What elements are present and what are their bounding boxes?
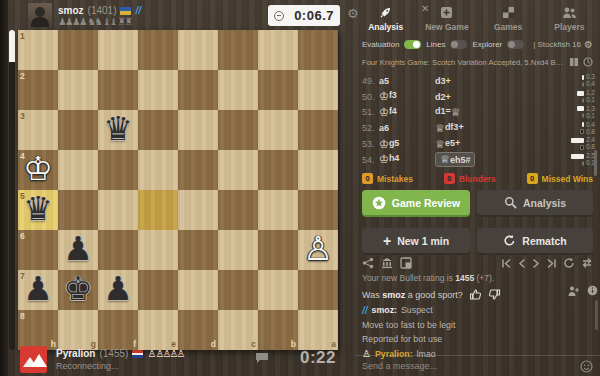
mistakes-counter[interactable]: 0 Mistakes [362, 173, 413, 184]
piece-glyph-icon: ♔ [379, 153, 389, 166]
promotion-piece-icon: ♕ [451, 106, 461, 119]
move-number: 51. [362, 107, 379, 117]
time-bar [582, 82, 584, 87]
square-d7[interactable] [178, 270, 218, 310]
player-rating-bottom: (1455) [99, 348, 128, 359]
time-bar [571, 154, 584, 159]
square-a1[interactable] [298, 30, 338, 70]
chat-bubble-icon[interactable] [255, 352, 269, 364]
move-row: 51.♔f4d1=♕1.30.1 [362, 105, 595, 121]
white-move[interactable]: ♔g5 [379, 138, 435, 151]
piece-glyph-icon: ♕ [435, 122, 445, 135]
move-number: 50. [362, 92, 379, 102]
next-move-icon[interactable] [532, 258, 540, 269]
board-grid-icon [502, 6, 515, 19]
square-h7[interactable]: 7♟ [18, 270, 58, 310]
move-number: 53. [362, 139, 379, 149]
black-pawn-g6[interactable]: ♟ [58, 230, 98, 270]
chat-input-row [355, 355, 600, 376]
time-bar [582, 98, 584, 103]
clock-top: 0:06.7 [268, 5, 340, 26]
avatar[interactable] [20, 346, 47, 373]
piece-glyph-icon: ♔ [379, 90, 389, 103]
move-row: 54.♔h4♕eh5#2.50.1 [362, 152, 595, 168]
black-move[interactable]: d2+ [435, 92, 521, 102]
engine-name: | Stockfish 16 [533, 40, 581, 49]
square-a4[interactable] [298, 150, 338, 190]
save-board-icon[interactable] [400, 257, 412, 269]
square-f3[interactable]: ♛ [98, 110, 138, 150]
rank-label-1: 1 [20, 32, 25, 41]
tab-games[interactable]: Games [478, 6, 539, 32]
rank-label-2: 2 [20, 72, 25, 81]
chat-message: Move too fast to be legit [362, 318, 590, 333]
move-times: 2.40.8 [555, 138, 595, 151]
white-move[interactable]: ♔f3 [379, 90, 435, 103]
black-move[interactable]: ♕df3+ [435, 122, 521, 135]
square-c7[interactable] [218, 270, 258, 310]
close-icon[interactable]: ✕ [421, 3, 429, 14]
square-e7[interactable] [138, 270, 178, 310]
square-f2[interactable] [98, 70, 138, 110]
square-e4[interactable] [138, 150, 178, 190]
square-c8[interactable]: c [218, 310, 258, 350]
black-move[interactable]: ♕e5+ [435, 138, 521, 151]
time-bar [580, 145, 584, 150]
time-value: 0.8 [586, 129, 595, 136]
evaluation-toggle[interactable] [404, 40, 421, 49]
move-times: 0.40.8 [555, 122, 595, 135]
captured-pieces-top: ♟♟♟♟ ♞♞ ♝♝ ♜♜ [58, 16, 131, 27]
rank-label-3: 3 [20, 112, 25, 121]
analysis-button[interactable]: Analysis [477, 190, 593, 215]
square-h1[interactable]: 1 [18, 30, 58, 70]
square-c5[interactable] [218, 190, 258, 230]
move-row: 49.a5d3+0.30.4 [362, 73, 595, 89]
time-bar [582, 113, 584, 118]
white-move[interactable]: ♔f4 [379, 106, 435, 119]
rematch-button[interactable]: Rematch [477, 228, 593, 253]
square-e1[interactable] [138, 30, 178, 70]
white-move[interactable]: a5 [379, 76, 435, 86]
flip-board-icon[interactable] [581, 257, 593, 269]
move-number: 52. [362, 123, 379, 133]
square-e3[interactable] [138, 110, 178, 150]
chat-message: Reported for bot use [362, 332, 590, 347]
square-h6[interactable]: 6 [18, 230, 58, 270]
chat-message: //smoz:Suspect [362, 303, 590, 318]
lines-toggle-label: Lines [426, 40, 445, 49]
rematch-arrow-icon [503, 234, 516, 247]
square-g4[interactable] [58, 150, 98, 190]
square-e6[interactable] [138, 230, 178, 270]
connection-status: Reconnecting... [56, 361, 119, 371]
opening-book-icon[interactable] [569, 57, 579, 67]
time-value: 0.1 [586, 97, 595, 104]
square-c3[interactable] [218, 110, 258, 150]
bottom-player-bar: Pyralion (1455) ♙ ♙♙♙♙ Reconnecting... 0… [8, 345, 355, 376]
avatar[interactable] [28, 3, 52, 27]
move-row: 53.♔g5♕e5+2.40.8 [362, 136, 595, 152]
star-circle-icon [372, 196, 386, 210]
square-b5[interactable] [258, 190, 298, 230]
square-d2[interactable] [178, 70, 218, 110]
square-b3[interactable] [258, 110, 298, 150]
chat-scrollbar[interactable] [595, 300, 598, 330]
square-d6[interactable] [178, 230, 218, 270]
new-game-button[interactable]: + New 1 min [362, 228, 470, 253]
move-times: 1.30.1 [555, 106, 595, 119]
chat-text: Suspect [401, 305, 433, 315]
square-a3[interactable] [298, 110, 338, 150]
square-h8[interactable]: 8h [18, 310, 58, 350]
black-queen-f3[interactable]: ♛ [98, 110, 138, 150]
chess-board[interactable]: 123♛4♔5♛6♟♙7♟♚♟8hgfedcba [18, 30, 338, 350]
square-b8[interactable]: b [258, 310, 298, 350]
player-name-top[interactable]: smoz [58, 5, 84, 16]
loop-icon[interactable] [563, 257, 575, 269]
evaluation-bar [9, 30, 15, 350]
magnifier-icon [504, 196, 517, 209]
chat-text: Move too fast to be legit [362, 320, 455, 330]
black-king-g7[interactable]: ♚ [58, 270, 98, 310]
square-g5[interactable] [58, 190, 98, 230]
game-summary-row: 0 Mistakes 0 Blunders 0 Missed Wins [362, 173, 593, 184]
country-flag-icon [120, 7, 131, 15]
square-g8[interactable]: g [58, 310, 98, 350]
square-d3[interactable] [178, 110, 218, 150]
square-h2[interactable]: 2 [18, 70, 58, 110]
piece-glyph-icon: ♕ [435, 138, 445, 151]
square-b6[interactable] [258, 230, 298, 270]
move-list-scrollbar[interactable] [594, 150, 597, 176]
blunders-counter[interactable]: 0 Blunders [444, 173, 496, 184]
thumbs-down-icon[interactable] [488, 288, 501, 301]
square-b4[interactable] [258, 150, 298, 190]
square-h5[interactable]: 5♛ [18, 190, 58, 230]
analysis-panel: Analysis New Game Games Players ✕ Evalua… [355, 0, 600, 376]
square-f7[interactable]: ♟ [98, 270, 138, 310]
opening-row: Four Knights Game: Scotch Variation Acce… [362, 57, 593, 67]
square-d5[interactable] [178, 190, 218, 230]
square-g7[interactable]: ♚ [58, 270, 98, 310]
square-c1[interactable] [218, 30, 258, 70]
white-king-h4[interactable]: ♔ [18, 150, 58, 190]
top-player-bar: smoz (1401) // ♟♟♟♟ ♞♞ ♝♝ ♜♜ 0:06.7 ⚙ [8, 0, 355, 30]
time-bar [582, 122, 584, 127]
chat-sender-name[interactable]: smoz: [372, 305, 397, 315]
last-move-icon[interactable] [546, 258, 557, 269]
move-row: 52.a6♕df3+0.40.8 [362, 120, 595, 136]
white-pawn-a6[interactable]: ♙ [298, 230, 338, 270]
add-friend-icon[interactable] [567, 285, 579, 297]
move-times: 2.50.1 [555, 153, 595, 166]
square-b1[interactable] [258, 30, 298, 70]
clock-icon [274, 11, 284, 21]
square-f5[interactable] [98, 190, 138, 230]
tab-players[interactable]: Players [539, 6, 600, 32]
time-bar [577, 91, 584, 96]
square-c6[interactable] [218, 230, 258, 270]
square-d4[interactable] [178, 150, 218, 190]
square-b2[interactable] [258, 70, 298, 110]
square-g3[interactable] [58, 110, 98, 150]
chat-input[interactable] [362, 361, 574, 371]
move-number: 49. [362, 76, 379, 86]
time-bar [577, 106, 584, 111]
game-tools-row [362, 257, 593, 269]
black-move[interactable]: d1=♕ [435, 106, 521, 119]
chat-messages: //smoz:SuspectMove too fast to be legitR… [362, 303, 590, 361]
square-d8[interactable]: d [178, 310, 218, 350]
square-a6[interactable]: ♙ [298, 230, 338, 270]
missed-wins-counter[interactable]: 0 Missed Wins [527, 173, 593, 184]
window-edge [0, 0, 8, 376]
history-icon[interactable] [583, 57, 593, 67]
opening-name[interactable]: Four Knights Game: Scotch Variation Acce… [362, 58, 565, 67]
square-h4[interactable]: 4♔ [18, 150, 58, 190]
previous-move-icon[interactable] [518, 258, 526, 269]
new-rating-text: Your new Bullet rating is 1455 (+7). [362, 273, 494, 283]
engine-settings-gear-icon[interactable]: ⚙ [584, 39, 593, 50]
square-g1[interactable] [58, 30, 98, 70]
player-name-bottom[interactable]: Pyralion [56, 348, 95, 359]
tournament-icon[interactable] [381, 257, 393, 269]
engine-toggles-row: Evaluation Lines Explorer | Stockfish 16… [362, 39, 593, 50]
people-icon [562, 6, 577, 19]
black-move[interactable]: d3+ [435, 76, 521, 86]
square-c2[interactable] [218, 70, 258, 110]
square-a7[interactable] [298, 270, 338, 310]
move-number: 54. [362, 155, 379, 165]
lines-toggle[interactable] [450, 40, 467, 49]
rank-label-6: 6 [20, 232, 25, 241]
black-move[interactable]: ♕eh5# [435, 152, 521, 167]
square-e2[interactable] [138, 70, 178, 110]
square-a2[interactable] [298, 70, 338, 110]
white-move[interactable]: a6 [379, 123, 435, 133]
move-times: 0.30.4 [555, 74, 595, 87]
square-a8[interactable]: a [298, 310, 338, 350]
chat-text: Reported for bot use [362, 334, 442, 344]
square-g2[interactable] [58, 70, 98, 110]
square-e8[interactable]: e [138, 310, 178, 350]
good-sport-question: Was smoz a good sport? [362, 288, 501, 301]
square-f1[interactable] [98, 30, 138, 70]
flair-icon: // [362, 305, 368, 316]
info-icon[interactable] [587, 285, 598, 297]
panel-tabs: Analysis New Game Games Players [355, 6, 600, 32]
square-e5[interactable] [138, 190, 178, 230]
time-bar [582, 75, 584, 80]
square-d1[interactable] [178, 30, 218, 70]
white-move[interactable]: ♔h4 [379, 153, 435, 166]
time-bar [580, 129, 584, 134]
emoji-smiley-icon[interactable] [580, 360, 593, 373]
evaluation-toggle-label: Evaluation [362, 40, 399, 49]
player-rating-top: (1401) [88, 5, 117, 16]
flair-icon: // [135, 5, 141, 16]
piece-glyph-icon: ♔ [379, 106, 389, 119]
black-pawn-f7[interactable]: ♟ [98, 270, 138, 310]
square-f8[interactable]: f [98, 310, 138, 350]
rank-label-8: 8 [20, 312, 25, 321]
thumbs-up-icon[interactable] [469, 288, 482, 301]
time-bar [582, 161, 584, 166]
square-b7[interactable] [258, 270, 298, 310]
move-row: 50.♔f3d2+1.20.1 [362, 89, 595, 105]
square-f4[interactable] [98, 150, 138, 190]
black-queen-h5[interactable]: ♛ [18, 190, 58, 230]
black-pawn-h7[interactable]: ♟ [18, 270, 58, 310]
square-g6[interactable]: ♟ [58, 230, 98, 270]
plus-square-icon [440, 6, 453, 19]
tab-analysis[interactable]: Analysis [355, 6, 416, 32]
square-h3[interactable]: 3 [18, 110, 58, 150]
rocket-icon [379, 6, 392, 19]
square-a5[interactable] [298, 190, 338, 230]
time-value: 0.4 [586, 81, 595, 88]
time-value: 0.1 [586, 113, 595, 120]
clock-bottom-time: 0:22 [300, 348, 336, 368]
explorer-toggle-label: Explorer [472, 40, 502, 49]
square-c4[interactable] [218, 150, 258, 190]
move-times: 1.20.1 [555, 90, 595, 103]
game-review-button[interactable]: Game Review [362, 190, 470, 215]
captured-pieces-bottom: ♙ ♙♙♙♙ [147, 348, 183, 359]
move-list: 49.a5d3+0.30.450.♔f3d2+1.20.151.♔f4d1=♕1… [362, 73, 595, 168]
country-flag-icon [132, 350, 143, 358]
plus-icon: + [383, 233, 391, 249]
first-move-icon[interactable] [501, 258, 512, 269]
clock-top-time: 0:06.7 [294, 8, 334, 23]
piece-glyph-icon: ♔ [379, 138, 389, 151]
share-icon[interactable] [362, 257, 374, 269]
square-f6[interactable] [98, 230, 138, 270]
piece-glyph-icon: ♕ [440, 153, 450, 166]
time-bar [571, 138, 584, 143]
explorer-toggle[interactable] [507, 40, 524, 49]
